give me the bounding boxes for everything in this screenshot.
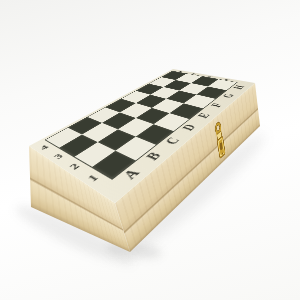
- clasp-icon: [212, 118, 227, 164]
- brass-clasp: [212, 118, 227, 164]
- product-photo-scene: 4321 4321 ABCDEFGH: [0, 0, 300, 300]
